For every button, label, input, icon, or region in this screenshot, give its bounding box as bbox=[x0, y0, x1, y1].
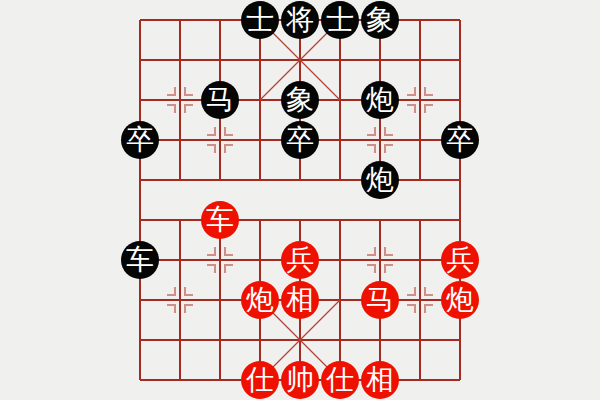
piece-black-soldier[interactable]: 卒 bbox=[441, 121, 479, 159]
piece-red-soldier[interactable]: 兵 bbox=[441, 241, 479, 279]
piece-black-horse[interactable]: 马 bbox=[201, 81, 239, 119]
piece-black-soldier[interactable]: 卒 bbox=[121, 121, 159, 159]
piece-red-advisor[interactable]: 仕 bbox=[241, 361, 279, 399]
screenshot-background: 士将士象马象炮卒卒卒炮车车兵兵炮相马炮仕帅仕相 bbox=[0, 0, 600, 400]
piece-black-elephant[interactable]: 象 bbox=[361, 1, 399, 39]
xiangqi-board[interactable]: 士将士象马象炮卒卒卒炮车车兵兵炮相马炮仕帅仕相 bbox=[120, 0, 480, 400]
piece-black-chariot[interactable]: 车 bbox=[121, 241, 159, 279]
pieces-layer: 士将士象马象炮卒卒卒炮车车兵兵炮相马炮仕帅仕相 bbox=[120, 0, 480, 400]
piece-black-advisor[interactable]: 士 bbox=[241, 1, 279, 39]
piece-red-elephant[interactable]: 相 bbox=[361, 361, 399, 399]
piece-black-advisor[interactable]: 士 bbox=[321, 1, 359, 39]
piece-red-cannon[interactable]: 炮 bbox=[241, 281, 279, 319]
piece-black-cannon[interactable]: 炮 bbox=[361, 161, 399, 199]
piece-red-advisor[interactable]: 仕 bbox=[321, 361, 359, 399]
piece-red-horse[interactable]: 马 bbox=[361, 281, 399, 319]
piece-red-chariot[interactable]: 车 bbox=[201, 201, 239, 239]
piece-black-soldier[interactable]: 卒 bbox=[281, 121, 319, 159]
piece-red-soldier[interactable]: 兵 bbox=[281, 241, 319, 279]
piece-black-general[interactable]: 将 bbox=[281, 1, 319, 39]
piece-red-cannon[interactable]: 炮 bbox=[441, 281, 479, 319]
piece-black-elephant[interactable]: 象 bbox=[281, 81, 319, 119]
piece-red-general[interactable]: 帅 bbox=[281, 361, 319, 399]
piece-black-cannon[interactable]: 炮 bbox=[361, 81, 399, 119]
piece-red-elephant[interactable]: 相 bbox=[281, 281, 319, 319]
